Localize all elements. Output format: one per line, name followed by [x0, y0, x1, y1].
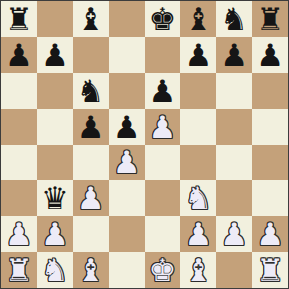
square-a6[interactable] [1, 73, 37, 109]
square-c6[interactable]: ♞ [73, 73, 109, 109]
square-g3[interactable] [216, 180, 252, 216]
black-pawn[interactable]: ♟ [256, 37, 284, 73]
square-h4[interactable] [252, 145, 288, 181]
square-f7[interactable]: ♟ [180, 37, 216, 73]
square-d4[interactable]: ♟ [109, 145, 145, 181]
square-g4[interactable] [216, 145, 252, 181]
square-d2[interactable] [109, 216, 145, 252]
square-a3[interactable] [1, 180, 37, 216]
square-h5[interactable] [252, 109, 288, 145]
square-e8[interactable]: ♚ [145, 1, 181, 37]
black-pawn[interactable]: ♟ [5, 37, 33, 73]
square-b8[interactable] [37, 1, 73, 37]
square-c4[interactable] [73, 145, 109, 181]
black-rook[interactable]: ♜ [256, 1, 284, 37]
square-c8[interactable]: ♝ [73, 1, 109, 37]
black-pawn[interactable]: ♟ [149, 73, 177, 109]
square-d8[interactable] [109, 1, 145, 37]
square-e6[interactable]: ♟ [145, 73, 181, 109]
square-h8[interactable]: ♜ [252, 1, 288, 37]
square-e4[interactable] [145, 145, 181, 181]
black-bishop[interactable]: ♝ [77, 1, 105, 37]
square-d6[interactable] [109, 73, 145, 109]
square-g2[interactable]: ♟ [216, 216, 252, 252]
black-king[interactable]: ♚ [149, 1, 177, 37]
square-a7[interactable]: ♟ [1, 37, 37, 73]
square-g1[interactable] [216, 252, 252, 288]
white-knight[interactable]: ♞ [184, 180, 212, 216]
square-h3[interactable] [252, 180, 288, 216]
square-g8[interactable]: ♞ [216, 1, 252, 37]
square-h1[interactable]: ♜ [252, 252, 288, 288]
white-king[interactable]: ♚ [149, 252, 177, 288]
chess-board: ♜♝♚♝♞♜♟♟♟♟♟♞♟♟♟♟♟♛♟♞♟♟♟♟♟♜♞♝♚♝♜ [0, 0, 289, 289]
white-pawn[interactable]: ♟ [256, 216, 284, 252]
square-c3[interactable]: ♟ [73, 180, 109, 216]
square-a8[interactable]: ♜ [1, 1, 37, 37]
square-f3[interactable]: ♞ [180, 180, 216, 216]
square-d5[interactable]: ♟ [109, 109, 145, 145]
white-pawn[interactable]: ♟ [5, 216, 33, 252]
square-b6[interactable] [37, 73, 73, 109]
white-pawn[interactable]: ♟ [149, 109, 177, 145]
square-d1[interactable] [109, 252, 145, 288]
square-h2[interactable]: ♟ [252, 216, 288, 252]
white-knight[interactable]: ♞ [41, 252, 69, 288]
square-a5[interactable] [1, 109, 37, 145]
black-pawn[interactable]: ♟ [220, 37, 248, 73]
white-pawn[interactable]: ♟ [41, 216, 69, 252]
white-rook[interactable]: ♜ [256, 252, 284, 288]
white-pawn[interactable]: ♟ [184, 216, 212, 252]
square-e7[interactable] [145, 37, 181, 73]
white-bishop[interactable]: ♝ [77, 252, 105, 288]
square-c2[interactable] [73, 216, 109, 252]
square-b7[interactable]: ♟ [37, 37, 73, 73]
square-f1[interactable]: ♝ [180, 252, 216, 288]
square-e5[interactable]: ♟ [145, 109, 181, 145]
square-c5[interactable]: ♟ [73, 109, 109, 145]
black-bishop[interactable]: ♝ [184, 1, 212, 37]
square-g5[interactable] [216, 109, 252, 145]
square-a1[interactable]: ♜ [1, 252, 37, 288]
square-a2[interactable]: ♟ [1, 216, 37, 252]
square-e3[interactable] [145, 180, 181, 216]
square-b2[interactable]: ♟ [37, 216, 73, 252]
square-c1[interactable]: ♝ [73, 252, 109, 288]
black-pawn[interactable]: ♟ [41, 37, 69, 73]
square-b1[interactable]: ♞ [37, 252, 73, 288]
square-b3[interactable]: ♛ [37, 180, 73, 216]
square-d3[interactable] [109, 180, 145, 216]
white-pawn[interactable]: ♟ [220, 216, 248, 252]
square-g6[interactable] [216, 73, 252, 109]
white-bishop[interactable]: ♝ [184, 252, 212, 288]
square-f8[interactable]: ♝ [180, 1, 216, 37]
black-knight[interactable]: ♞ [77, 73, 105, 109]
black-pawn[interactable]: ♟ [184, 37, 212, 73]
white-pawn[interactable]: ♟ [113, 145, 141, 181]
square-f4[interactable] [180, 145, 216, 181]
white-rook[interactable]: ♜ [5, 252, 33, 288]
black-pawn[interactable]: ♟ [77, 109, 105, 145]
square-f6[interactable] [180, 73, 216, 109]
black-pawn[interactable]: ♟ [113, 109, 141, 145]
square-f5[interactable] [180, 109, 216, 145]
square-b4[interactable] [37, 145, 73, 181]
square-a4[interactable] [1, 145, 37, 181]
square-h6[interactable] [252, 73, 288, 109]
square-e2[interactable] [145, 216, 181, 252]
square-h7[interactable]: ♟ [252, 37, 288, 73]
black-knight[interactable]: ♞ [220, 1, 248, 37]
white-pawn[interactable]: ♟ [77, 180, 105, 216]
square-g7[interactable]: ♟ [216, 37, 252, 73]
square-b5[interactable] [37, 109, 73, 145]
black-rook[interactable]: ♜ [5, 1, 33, 37]
square-f2[interactable]: ♟ [180, 216, 216, 252]
square-e1[interactable]: ♚ [145, 252, 181, 288]
black-queen[interactable]: ♛ [41, 180, 69, 216]
square-c7[interactable] [73, 37, 109, 73]
square-d7[interactable] [109, 37, 145, 73]
